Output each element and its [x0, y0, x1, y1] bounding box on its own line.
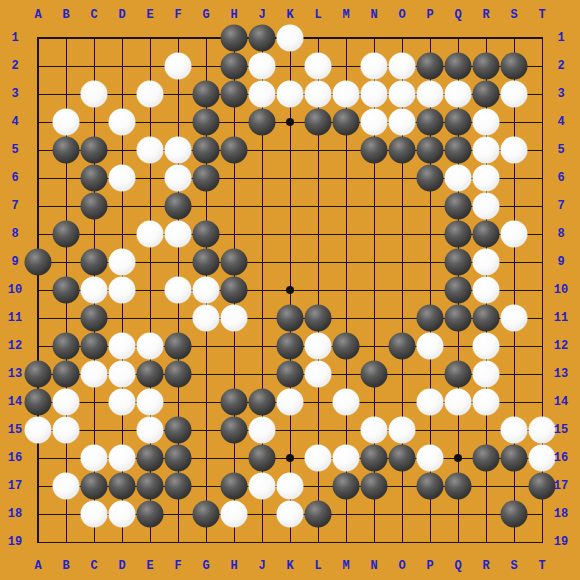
stone-black-M17 [333, 473, 360, 500]
stone-white-F8 [165, 221, 192, 248]
star-point-K10 [286, 286, 294, 294]
col-label-top-B: B [62, 9, 69, 21]
row-label-left-11: 11 [8, 312, 22, 324]
row-label-left-17: 17 [8, 480, 22, 492]
row-label-left-6: 6 [11, 172, 18, 184]
stone-black-N16 [361, 445, 388, 472]
stone-black-F17 [165, 473, 192, 500]
stone-black-F13 [165, 361, 192, 388]
stone-black-H5 [221, 137, 248, 164]
stone-black-Q2 [445, 53, 472, 80]
row-label-left-3: 3 [11, 88, 18, 100]
stone-black-C11 [81, 305, 108, 332]
stone-white-S8 [501, 221, 528, 248]
stone-black-H14 [221, 389, 248, 416]
stone-white-D10 [109, 277, 136, 304]
stone-white-R12 [473, 333, 500, 360]
stone-black-B10 [53, 277, 80, 304]
row-label-right-1: 1 [557, 32, 564, 44]
stone-black-A9 [25, 249, 52, 276]
stone-black-P5 [417, 137, 444, 164]
row-label-right-6: 6 [557, 172, 564, 184]
col-label-top-G: G [202, 9, 209, 21]
stone-black-H2 [221, 53, 248, 80]
stone-white-L12 [305, 333, 332, 360]
stone-black-H1 [221, 25, 248, 52]
stone-white-R14 [473, 389, 500, 416]
stone-black-P17 [417, 473, 444, 500]
col-label-top-D: D [118, 9, 125, 21]
stone-black-R16 [473, 445, 500, 472]
stone-white-H11 [221, 305, 248, 332]
stone-white-M3 [333, 81, 360, 108]
stone-black-C5 [81, 137, 108, 164]
stone-black-E16 [137, 445, 164, 472]
stone-white-K17 [277, 473, 304, 500]
row-label-left-2: 2 [11, 60, 18, 72]
stone-black-G4 [193, 109, 220, 136]
stone-white-O15 [389, 417, 416, 444]
row-label-right-9: 9 [557, 256, 564, 268]
stone-white-R9 [473, 249, 500, 276]
row-label-left-9: 9 [11, 256, 18, 268]
row-label-right-10: 10 [554, 284, 568, 296]
stone-white-D6 [109, 165, 136, 192]
stone-white-S15 [501, 417, 528, 444]
stone-black-P4 [417, 109, 444, 136]
row-label-left-4: 4 [11, 116, 18, 128]
stone-black-G9 [193, 249, 220, 276]
stone-white-K14 [277, 389, 304, 416]
stone-black-L18 [305, 501, 332, 528]
stone-white-L13 [305, 361, 332, 388]
row-label-right-4: 4 [557, 116, 564, 128]
stone-white-F10 [165, 277, 192, 304]
stone-white-P16 [417, 445, 444, 472]
row-label-right-15: 15 [554, 424, 568, 436]
stone-black-F16 [165, 445, 192, 472]
stone-white-K3 [277, 81, 304, 108]
col-label-top-Q: Q [454, 9, 461, 21]
stone-white-S5 [501, 137, 528, 164]
stone-black-L11 [305, 305, 332, 332]
stone-black-Q17 [445, 473, 472, 500]
col-label-bottom-K: K [286, 560, 293, 572]
row-label-left-16: 16 [8, 452, 22, 464]
col-label-bottom-H: H [230, 560, 237, 572]
row-label-left-18: 18 [8, 508, 22, 520]
stone-white-L3 [305, 81, 332, 108]
stone-black-Q10 [445, 277, 472, 304]
col-label-top-K: K [286, 9, 293, 21]
stone-white-B15 [53, 417, 80, 444]
col-label-top-A: A [34, 9, 41, 21]
stone-black-C7 [81, 193, 108, 220]
stone-black-S2 [501, 53, 528, 80]
stone-white-J15 [249, 417, 276, 444]
stone-white-D9 [109, 249, 136, 276]
stone-black-R2 [473, 53, 500, 80]
stone-white-R10 [473, 277, 500, 304]
row-label-left-1: 1 [11, 32, 18, 44]
stone-black-Q5 [445, 137, 472, 164]
stone-white-O3 [389, 81, 416, 108]
col-label-bottom-C: C [90, 560, 97, 572]
col-label-top-F: F [174, 9, 181, 21]
stone-black-C12 [81, 333, 108, 360]
stone-white-N2 [361, 53, 388, 80]
col-label-top-E: E [146, 9, 153, 21]
stone-black-R11 [473, 305, 500, 332]
stone-black-J14 [249, 389, 276, 416]
stone-black-H10 [221, 277, 248, 304]
stone-black-N17 [361, 473, 388, 500]
stone-white-B4 [53, 109, 80, 136]
col-label-top-R: R [482, 9, 489, 21]
stone-white-B14 [53, 389, 80, 416]
stone-white-P12 [417, 333, 444, 360]
stone-black-O5 [389, 137, 416, 164]
col-label-bottom-R: R [482, 560, 489, 572]
stone-black-C6 [81, 165, 108, 192]
col-label-bottom-L: L [314, 560, 321, 572]
stone-black-B13 [53, 361, 80, 388]
row-label-right-8: 8 [557, 228, 564, 240]
stone-white-O4 [389, 109, 416, 136]
row-label-left-19: 19 [8, 536, 22, 548]
stone-black-D17 [109, 473, 136, 500]
stone-white-A15 [25, 417, 52, 444]
stone-black-O16 [389, 445, 416, 472]
col-label-bottom-E: E [146, 560, 153, 572]
stone-black-A13 [25, 361, 52, 388]
stone-white-F6 [165, 165, 192, 192]
col-label-bottom-J: J [258, 560, 265, 572]
row-label-left-14: 14 [8, 396, 22, 408]
row-label-left-7: 7 [11, 200, 18, 212]
stone-black-J16 [249, 445, 276, 472]
row-label-right-3: 3 [557, 88, 564, 100]
stone-black-J4 [249, 109, 276, 136]
col-label-bottom-G: G [202, 560, 209, 572]
col-label-top-H: H [230, 9, 237, 21]
stone-black-J1 [249, 25, 276, 52]
stone-black-Q8 [445, 221, 472, 248]
stone-black-Q7 [445, 193, 472, 220]
col-label-bottom-D: D [118, 560, 125, 572]
stone-black-E17 [137, 473, 164, 500]
row-label-right-19: 19 [554, 536, 568, 548]
row-label-right-16: 16 [554, 452, 568, 464]
stone-black-H3 [221, 81, 248, 108]
go-board[interactable]: AABBCCDDEEFFGGHHJJKKLLMMNNOOPPQQRRSSTT11… [0, 0, 580, 580]
stone-white-R4 [473, 109, 500, 136]
stone-white-C16 [81, 445, 108, 472]
col-label-top-O: O [398, 9, 405, 21]
stone-black-K13 [277, 361, 304, 388]
stone-white-S11 [501, 305, 528, 332]
stone-white-R13 [473, 361, 500, 388]
row-label-left-13: 13 [8, 368, 22, 380]
stone-white-J17 [249, 473, 276, 500]
stone-black-N13 [361, 361, 388, 388]
stone-black-Q9 [445, 249, 472, 276]
stone-white-R7 [473, 193, 500, 220]
row-label-right-12: 12 [554, 340, 568, 352]
row-label-right-17: 17 [554, 480, 568, 492]
stone-white-D14 [109, 389, 136, 416]
row-label-right-2: 2 [557, 60, 564, 72]
row-label-right-18: 18 [554, 508, 568, 520]
stone-black-T17 [529, 473, 556, 500]
row-label-left-8: 8 [11, 228, 18, 240]
col-label-top-J: J [258, 9, 265, 21]
stone-black-C9 [81, 249, 108, 276]
stone-black-B12 [53, 333, 80, 360]
col-label-bottom-B: B [62, 560, 69, 572]
col-label-top-S: S [510, 9, 517, 21]
stone-white-S3 [501, 81, 528, 108]
stone-black-R3 [473, 81, 500, 108]
col-label-top-T: T [538, 9, 545, 21]
stone-black-E13 [137, 361, 164, 388]
stone-white-N4 [361, 109, 388, 136]
stone-black-G5 [193, 137, 220, 164]
stone-black-G8 [193, 221, 220, 248]
stone-white-F5 [165, 137, 192, 164]
stone-white-G10 [193, 277, 220, 304]
stone-black-C17 [81, 473, 108, 500]
stone-white-F2 [165, 53, 192, 80]
stone-black-G6 [193, 165, 220, 192]
stone-black-A14 [25, 389, 52, 416]
stone-white-E14 [137, 389, 164, 416]
stone-white-C3 [81, 81, 108, 108]
stone-white-D18 [109, 501, 136, 528]
stone-white-T16 [529, 445, 556, 472]
stone-white-R6 [473, 165, 500, 192]
stone-black-R8 [473, 221, 500, 248]
stone-white-B17 [53, 473, 80, 500]
stone-black-B5 [53, 137, 80, 164]
stone-white-M16 [333, 445, 360, 472]
stone-white-Q6 [445, 165, 472, 192]
stone-black-H9 [221, 249, 248, 276]
stone-white-P14 [417, 389, 444, 416]
stone-white-P3 [417, 81, 444, 108]
stone-white-C10 [81, 277, 108, 304]
col-label-top-C: C [90, 9, 97, 21]
go-app-window: { "game": "go", "board": { "size": 19, "… [0, 0, 580, 580]
row-label-right-7: 7 [557, 200, 564, 212]
stone-black-E18 [137, 501, 164, 528]
col-label-top-M: M [342, 9, 349, 21]
stone-white-E8 [137, 221, 164, 248]
stone-white-Q14 [445, 389, 472, 416]
row-label-right-5: 5 [557, 144, 564, 156]
stone-black-M4 [333, 109, 360, 136]
stone-white-L2 [305, 53, 332, 80]
stone-black-F15 [165, 417, 192, 444]
star-point-K16 [286, 454, 294, 462]
stone-black-G18 [193, 501, 220, 528]
row-label-left-10: 10 [8, 284, 22, 296]
stone-black-M12 [333, 333, 360, 360]
row-label-right-13: 13 [554, 368, 568, 380]
col-label-bottom-S: S [510, 560, 517, 572]
col-label-bottom-Q: Q [454, 560, 461, 572]
stone-black-N5 [361, 137, 388, 164]
stone-black-Q4 [445, 109, 472, 136]
col-label-bottom-O: O [398, 560, 405, 572]
row-label-left-5: 5 [11, 144, 18, 156]
stone-white-J3 [249, 81, 276, 108]
stone-black-P11 [417, 305, 444, 332]
stone-white-E5 [137, 137, 164, 164]
stone-white-D12 [109, 333, 136, 360]
stone-white-E3 [137, 81, 164, 108]
stone-white-N3 [361, 81, 388, 108]
stone-white-R5 [473, 137, 500, 164]
stone-white-C18 [81, 501, 108, 528]
col-label-top-L: L [314, 9, 321, 21]
stone-black-Q11 [445, 305, 472, 332]
stone-white-M14 [333, 389, 360, 416]
stone-white-J2 [249, 53, 276, 80]
stone-black-S18 [501, 501, 528, 528]
row-label-left-15: 15 [8, 424, 22, 436]
stone-white-D16 [109, 445, 136, 472]
stone-black-Q13 [445, 361, 472, 388]
stone-black-H17 [221, 473, 248, 500]
col-label-bottom-A: A [34, 560, 41, 572]
col-label-bottom-T: T [538, 560, 545, 572]
stone-black-S16 [501, 445, 528, 472]
stone-white-E15 [137, 417, 164, 444]
stone-black-B8 [53, 221, 80, 248]
stone-white-L16 [305, 445, 332, 472]
row-label-right-14: 14 [554, 396, 568, 408]
stone-black-K11 [277, 305, 304, 332]
star-point-Q16 [454, 454, 462, 462]
stone-white-C13 [81, 361, 108, 388]
col-label-bottom-P: P [426, 560, 433, 572]
col-label-top-P: P [426, 9, 433, 21]
row-label-right-11: 11 [554, 312, 568, 324]
star-point-K4 [286, 118, 294, 126]
stone-black-G3 [193, 81, 220, 108]
stone-black-F12 [165, 333, 192, 360]
stone-white-G11 [193, 305, 220, 332]
col-label-bottom-N: N [370, 560, 377, 572]
stone-white-K1 [277, 25, 304, 52]
stone-black-P6 [417, 165, 444, 192]
stone-black-P2 [417, 53, 444, 80]
stone-white-D4 [109, 109, 136, 136]
col-label-top-N: N [370, 9, 377, 21]
col-label-bottom-M: M [342, 560, 349, 572]
stone-black-H15 [221, 417, 248, 444]
stone-white-O2 [389, 53, 416, 80]
stone-black-K12 [277, 333, 304, 360]
stone-black-F7 [165, 193, 192, 220]
col-label-bottom-F: F [174, 560, 181, 572]
stone-white-H18 [221, 501, 248, 528]
stone-white-Q3 [445, 81, 472, 108]
stone-black-L4 [305, 109, 332, 136]
stone-white-D13 [109, 361, 136, 388]
stone-white-T15 [529, 417, 556, 444]
row-label-left-12: 12 [8, 340, 22, 352]
stone-white-E12 [137, 333, 164, 360]
stone-white-N15 [361, 417, 388, 444]
stone-black-O12 [389, 333, 416, 360]
stone-white-K18 [277, 501, 304, 528]
